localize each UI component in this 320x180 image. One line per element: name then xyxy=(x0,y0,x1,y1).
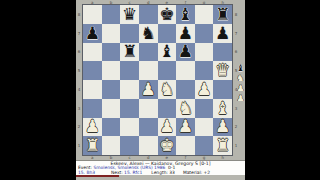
white-knight-piece: ♞ xyxy=(159,81,174,98)
black-rook-piece: ♜ xyxy=(215,6,230,23)
square-c3[interactable] xyxy=(120,99,139,118)
rank-label-5: 5 xyxy=(76,61,82,80)
square-e4[interactable]: ♞ xyxy=(158,80,177,99)
square-c5[interactable] xyxy=(120,61,139,80)
rank-label-6: 6 xyxy=(233,43,239,62)
board[interactable]: ♛♚♝♜♟♞♟♟♜♝♟♛♟♞♟♞♝♟♟♟♟♜♚♜ xyxy=(83,5,232,155)
black-bishop-piece: ♝ xyxy=(159,43,174,60)
square-h6[interactable] xyxy=(213,43,232,62)
black-knight-piece: ♞ xyxy=(141,25,156,42)
square-a4[interactable] xyxy=(83,80,102,99)
rank-label-4: 4 xyxy=(76,80,82,99)
square-a7[interactable]: ♟ xyxy=(83,24,102,43)
square-e1[interactable]: ♚ xyxy=(158,136,177,155)
black-rook-piece: ♜ xyxy=(122,43,137,60)
black-pawn-piece: ♟ xyxy=(178,25,193,42)
rank-labels-left: 87654321 xyxy=(76,5,82,155)
square-e7[interactable] xyxy=(158,24,177,43)
black-bishop-piece: ♝ xyxy=(178,6,193,23)
black-queen-piece: ♛ xyxy=(122,6,137,23)
black-pawn-piece: ♟ xyxy=(85,25,100,42)
rank-label-3: 3 xyxy=(76,99,82,118)
material-value: Material: +2 xyxy=(183,170,210,175)
square-g7[interactable] xyxy=(195,24,214,43)
square-c4[interactable] xyxy=(120,80,139,99)
rank-label-2: 2 xyxy=(233,118,239,137)
square-h3[interactable]: ♝ xyxy=(213,99,232,118)
white-pawn-piece: ♟ xyxy=(85,118,100,135)
black-king-piece: ♚ xyxy=(159,6,174,23)
tray-white-pawn-icon: ♟ xyxy=(236,94,244,104)
square-b5[interactable] xyxy=(102,61,121,80)
white-knight-piece: ♞ xyxy=(178,100,193,117)
white-pawn-piece: ♟ xyxy=(159,118,174,135)
letterbox-right xyxy=(245,0,320,180)
square-b1[interactable] xyxy=(102,136,121,155)
square-a6[interactable] xyxy=(83,43,102,62)
video-progress-bar xyxy=(76,175,119,177)
square-c8[interactable]: ♛ xyxy=(120,5,139,24)
square-a5[interactable] xyxy=(83,61,102,80)
captured-pieces-tray: ♝♞♟♟ xyxy=(236,64,245,104)
rank-label-7: 7 xyxy=(76,24,82,43)
square-d6[interactable] xyxy=(139,43,158,62)
square-e6[interactable]: ♝ xyxy=(158,43,177,62)
square-c2[interactable] xyxy=(120,118,139,137)
square-f1[interactable] xyxy=(176,136,195,155)
square-b2[interactable] xyxy=(102,118,121,137)
square-g5[interactable] xyxy=(195,61,214,80)
rank-label-2: 2 xyxy=(76,118,82,137)
square-h5[interactable]: ♛ xyxy=(213,61,232,80)
square-h4[interactable] xyxy=(213,80,232,99)
square-a8[interactable] xyxy=(83,5,102,24)
diagram-area: abcdefgh 87654321 ♛♚♝♜♟♞♟♟♜♝♟♛♟♞♟♞♝♟♟♟♟♜… xyxy=(76,0,245,180)
rank-label-7: 7 xyxy=(233,24,239,43)
square-d7[interactable]: ♞ xyxy=(139,24,158,43)
square-h1[interactable]: ♜ xyxy=(213,136,232,155)
square-g3[interactable] xyxy=(195,99,214,118)
square-c7[interactable] xyxy=(120,24,139,43)
rank-label-1: 1 xyxy=(76,136,82,155)
square-e3[interactable] xyxy=(158,99,177,118)
next-move: 15. Rfc1 xyxy=(124,170,142,175)
white-pawn-piece: ♟ xyxy=(141,81,156,98)
square-e8[interactable]: ♚ xyxy=(158,5,177,24)
square-g1[interactable] xyxy=(195,136,214,155)
square-b7[interactable] xyxy=(102,24,121,43)
rank-label-8: 8 xyxy=(233,5,239,24)
square-b6[interactable] xyxy=(102,43,121,62)
white-queen-piece: ♛ xyxy=(215,62,230,79)
square-a2[interactable]: ♟ xyxy=(83,118,102,137)
square-h8[interactable]: ♜ xyxy=(213,5,232,24)
square-a3[interactable] xyxy=(83,99,102,118)
white-rook-piece: ♜ xyxy=(85,137,100,154)
white-pawn-piece: ♟ xyxy=(215,118,230,135)
square-f5[interactable] xyxy=(176,61,195,80)
square-f4[interactable] xyxy=(176,80,195,99)
white-king-piece: ♚ xyxy=(159,137,174,154)
black-pawn-piece: ♟ xyxy=(215,25,230,42)
square-a1[interactable]: ♜ xyxy=(83,136,102,155)
square-d1[interactable] xyxy=(139,136,158,155)
square-f8[interactable]: ♝ xyxy=(176,5,195,24)
square-d5[interactable] xyxy=(139,61,158,80)
square-b3[interactable] xyxy=(102,99,121,118)
square-d3[interactable] xyxy=(139,99,158,118)
letterbox-left xyxy=(0,0,76,180)
square-e2[interactable]: ♟ xyxy=(158,118,177,137)
square-g8[interactable] xyxy=(195,5,214,24)
square-g4[interactable]: ♟ xyxy=(195,80,214,99)
square-g6[interactable] xyxy=(195,43,214,62)
square-f7[interactable]: ♟ xyxy=(176,24,195,43)
square-d2[interactable] xyxy=(139,118,158,137)
game-caption: Eskeev, Alexei — Kaidanov, Gregory S [0-… xyxy=(76,160,245,175)
square-c6[interactable]: ♜ xyxy=(120,43,139,62)
white-pawn-piece: ♟ xyxy=(196,81,211,98)
white-pawn-piece: ♟ xyxy=(178,118,193,135)
rank-label-6: 6 xyxy=(76,43,82,62)
square-f2[interactable]: ♟ xyxy=(176,118,195,137)
white-bishop-piece: ♝ xyxy=(215,100,230,117)
square-h7[interactable]: ♟ xyxy=(213,24,232,43)
rank-label-1: 1 xyxy=(233,136,239,155)
length-value: Length: 33 xyxy=(151,170,175,175)
square-f6[interactable]: ♟ xyxy=(176,43,195,62)
square-g2[interactable] xyxy=(195,118,214,137)
rank-label-8: 8 xyxy=(76,5,82,24)
square-b8[interactable] xyxy=(102,5,121,24)
square-h2[interactable]: ♟ xyxy=(213,118,232,137)
square-e5[interactable] xyxy=(158,61,177,80)
square-b4[interactable] xyxy=(102,80,121,99)
black-pawn-piece: ♟ xyxy=(178,43,193,60)
square-d4[interactable]: ♟ xyxy=(139,80,158,99)
square-d8[interactable] xyxy=(139,5,158,24)
square-c1[interactable] xyxy=(120,136,139,155)
white-rook-piece: ♜ xyxy=(215,137,230,154)
square-f3[interactable]: ♞ xyxy=(176,99,195,118)
